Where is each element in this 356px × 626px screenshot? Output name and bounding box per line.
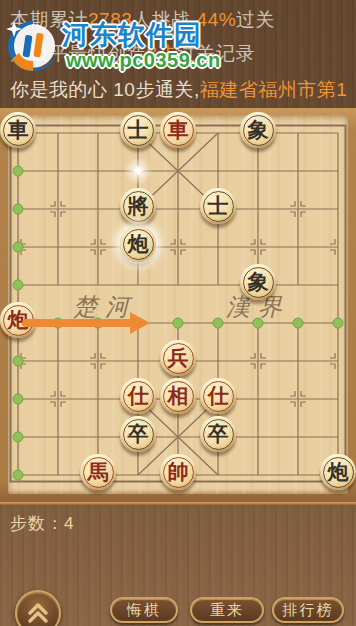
undo-move-button[interactable]: 悔棋 bbox=[110, 597, 178, 623]
move-target-dot[interactable] bbox=[13, 394, 23, 404]
move-target-dot[interactable] bbox=[293, 318, 303, 328]
piece-black-炮[interactable]: 炮 bbox=[120, 226, 156, 262]
player-region-rank: 福建省福州市第1 bbox=[200, 79, 348, 100]
pass-rate: 44% bbox=[197, 9, 237, 30]
piece-red-車[interactable]: 車 bbox=[160, 112, 196, 148]
piece-black-卒[interactable]: 卒 bbox=[120, 416, 156, 452]
challenger-count: 2783 bbox=[88, 9, 132, 30]
piece-black-車[interactable]: 車 bbox=[0, 112, 36, 148]
piece-black-炮[interactable]: 炮 bbox=[320, 454, 356, 490]
move-target-dot[interactable] bbox=[13, 432, 23, 442]
move-target-dot[interactable] bbox=[13, 242, 23, 252]
piece-red-仕[interactable]: 仕 bbox=[120, 378, 156, 414]
piece-red-炮[interactable]: 炮 bbox=[0, 302, 36, 338]
piece-black-將[interactable]: 將 bbox=[120, 188, 156, 224]
move-target-dot[interactable] bbox=[13, 280, 23, 290]
piece-red-仕[interactable]: 仕 bbox=[200, 378, 236, 414]
expand-panel-button[interactable] bbox=[15, 590, 61, 626]
move-target-dot[interactable] bbox=[253, 318, 263, 328]
step-counter: 步数：4 bbox=[10, 512, 74, 535]
piece-red-相[interactable]: 相 bbox=[160, 378, 196, 414]
piece-red-馬[interactable]: 馬 bbox=[80, 454, 116, 490]
restart-button[interactable]: 重来 bbox=[190, 597, 264, 623]
app-screen: 本期累计2783人挑战,44%过关 赵银平最快创造8步过关记录 你是我的心 10… bbox=[0, 0, 356, 626]
piece-black-卒[interactable]: 卒 bbox=[200, 416, 236, 452]
move-target-dot[interactable] bbox=[173, 318, 183, 328]
leaderboard-button[interactable]: 排行榜 bbox=[272, 597, 344, 623]
move-target-dot[interactable] bbox=[13, 204, 23, 214]
record-line: 赵银平最快创造8步过关记录 bbox=[10, 41, 255, 67]
move-target-dot[interactable] bbox=[13, 356, 23, 366]
record-holder-name: 赵银平 bbox=[10, 43, 69, 64]
board-surface bbox=[8, 115, 348, 494]
piece-red-兵[interactable]: 兵 bbox=[160, 340, 196, 376]
piece-black-士[interactable]: 士 bbox=[200, 188, 236, 224]
move-target-dot[interactable] bbox=[133, 318, 143, 328]
player-result-line: 你是我的心 10步通关,福建省福州市第1 bbox=[10, 77, 347, 103]
xiangqi-board[interactable]: 楚河 漢界 ✦ 車士車象將士炮象炮兵仕相仕卒卒馬帥炮 bbox=[0, 108, 356, 506]
last-move-sparkle-icon: ✦ bbox=[124, 157, 152, 185]
move-target-dot[interactable] bbox=[333, 318, 343, 328]
piece-black-士[interactable]: 士 bbox=[120, 112, 156, 148]
chevron-up-icon bbox=[25, 601, 51, 625]
move-target-dot[interactable] bbox=[213, 318, 223, 328]
piece-black-象[interactable]: 象 bbox=[240, 264, 276, 300]
piece-red-帥[interactable]: 帥 bbox=[160, 454, 196, 490]
challenge-stats-line: 本期累计2783人挑战,44%过关 bbox=[10, 7, 275, 33]
move-target-dot[interactable] bbox=[13, 470, 23, 480]
move-target-dot[interactable] bbox=[93, 318, 103, 328]
record-steps: 8步 bbox=[147, 43, 178, 64]
move-target-dot[interactable] bbox=[53, 318, 63, 328]
piece-black-象[interactable]: 象 bbox=[240, 112, 276, 148]
move-target-dot[interactable] bbox=[13, 166, 23, 176]
